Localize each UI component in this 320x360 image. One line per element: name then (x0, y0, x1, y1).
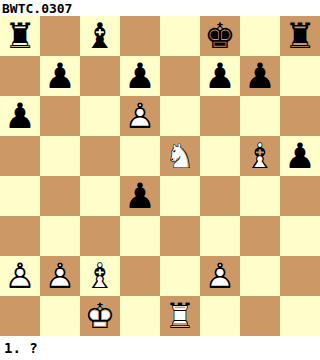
square-c2[interactable]: ♝♗ (80, 256, 120, 296)
black-pawn-icon: ♟ (120, 56, 160, 96)
move-prompt-bar: 1. ? (0, 336, 320, 360)
square-h8[interactable]: ♜ (280, 16, 320, 56)
piece-fill-layer: ♟ (0, 256, 40, 296)
square-b4[interactable] (40, 176, 80, 216)
chess-program-window: BWTC.0307 ♜♝♚♜♟♟♟♟♟♟♙♞♘♝♗♟♟♟♙♟♙♝♗♟♙♚♔♜♖ … (0, 0, 320, 360)
square-d1[interactable] (120, 296, 160, 336)
piece-outline-layer: ♙ (0, 256, 40, 296)
square-a6[interactable]: ♟ (0, 96, 40, 136)
titlebar: BWTC.0307 (0, 0, 320, 16)
piece-outline-layer: ♗ (80, 256, 120, 296)
black-rook-icon: ♜ (280, 16, 320, 56)
square-d3[interactable] (120, 216, 160, 256)
square-b2[interactable]: ♟♙ (40, 256, 80, 296)
square-g1[interactable] (240, 296, 280, 336)
white-pawn-icon: ♟♙ (120, 96, 160, 136)
square-c1[interactable]: ♚♔ (80, 296, 120, 336)
black-pawn-icon: ♟ (40, 56, 80, 96)
square-b1[interactable] (40, 296, 80, 336)
black-pawn-icon: ♟ (120, 176, 160, 216)
square-f6[interactable] (200, 96, 240, 136)
square-g6[interactable] (240, 96, 280, 136)
black-king-icon: ♚ (200, 16, 240, 56)
square-g3[interactable] (240, 216, 280, 256)
square-h3[interactable] (280, 216, 320, 256)
window-title: BWTC.0307 (2, 1, 72, 16)
square-e8[interactable] (160, 16, 200, 56)
black-pawn-icon: ♟ (200, 56, 240, 96)
square-e5[interactable]: ♞♘ (160, 136, 200, 176)
black-pawn-icon: ♟ (0, 96, 40, 136)
square-e4[interactable] (160, 176, 200, 216)
white-king-icon: ♚♔ (80, 296, 120, 336)
square-f8[interactable]: ♚ (200, 16, 240, 56)
square-f1[interactable] (200, 296, 240, 336)
square-h6[interactable] (280, 96, 320, 136)
square-h4[interactable] (280, 176, 320, 216)
white-bishop-icon: ♝♗ (80, 256, 120, 296)
piece-fill-layer: ♚ (80, 296, 120, 336)
black-pawn-icon: ♟ (280, 136, 320, 176)
square-a7[interactable] (0, 56, 40, 96)
white-knight-icon: ♞♘ (160, 136, 200, 176)
square-f2[interactable]: ♟♙ (200, 256, 240, 296)
black-rook-icon: ♜ (0, 16, 40, 56)
square-d6[interactable]: ♟♙ (120, 96, 160, 136)
square-d2[interactable] (120, 256, 160, 296)
square-a2[interactable]: ♟♙ (0, 256, 40, 296)
square-g5[interactable]: ♝♗ (240, 136, 280, 176)
square-c3[interactable] (80, 216, 120, 256)
square-f4[interactable] (200, 176, 240, 216)
square-h7[interactable] (280, 56, 320, 96)
black-pawn-icon: ♟ (240, 56, 280, 96)
black-bishop-icon: ♝ (80, 16, 120, 56)
piece-outline-layer: ♘ (160, 136, 200, 176)
square-f5[interactable] (200, 136, 240, 176)
square-b8[interactable] (40, 16, 80, 56)
piece-fill-layer: ♜ (160, 296, 200, 336)
square-a3[interactable] (0, 216, 40, 256)
white-bishop-icon: ♝♗ (240, 136, 280, 176)
square-d7[interactable]: ♟ (120, 56, 160, 96)
move-prompt: 1. ? (4, 340, 38, 356)
piece-outline-layer: ♙ (200, 256, 240, 296)
piece-outline-layer: ♗ (240, 136, 280, 176)
square-h2[interactable] (280, 256, 320, 296)
white-pawn-icon: ♟♙ (40, 256, 80, 296)
square-g4[interactable] (240, 176, 280, 216)
piece-outline-layer: ♙ (120, 96, 160, 136)
square-c4[interactable] (80, 176, 120, 216)
square-c6[interactable] (80, 96, 120, 136)
square-f7[interactable]: ♟ (200, 56, 240, 96)
square-c5[interactable] (80, 136, 120, 176)
square-b3[interactable] (40, 216, 80, 256)
square-h5[interactable]: ♟ (280, 136, 320, 176)
square-g8[interactable] (240, 16, 280, 56)
piece-outline-layer: ♖ (160, 296, 200, 336)
piece-fill-layer: ♝ (80, 256, 120, 296)
square-d5[interactable] (120, 136, 160, 176)
piece-outline-layer: ♔ (80, 296, 120, 336)
white-pawn-icon: ♟♙ (0, 256, 40, 296)
square-e7[interactable] (160, 56, 200, 96)
piece-outline-layer: ♙ (40, 256, 80, 296)
square-b5[interactable] (40, 136, 80, 176)
square-e3[interactable] (160, 216, 200, 256)
square-g7[interactable]: ♟ (240, 56, 280, 96)
square-a8[interactable]: ♜ (0, 16, 40, 56)
piece-fill-layer: ♝ (240, 136, 280, 176)
square-a4[interactable] (0, 176, 40, 216)
square-c7[interactable] (80, 56, 120, 96)
white-pawn-icon: ♟♙ (200, 256, 240, 296)
square-e1[interactable]: ♜♖ (160, 296, 200, 336)
square-b6[interactable] (40, 96, 80, 136)
square-e6[interactable] (160, 96, 200, 136)
square-e2[interactable] (160, 256, 200, 296)
square-f3[interactable] (200, 216, 240, 256)
square-h1[interactable] (280, 296, 320, 336)
piece-fill-layer: ♞ (160, 136, 200, 176)
white-rook-icon: ♜♖ (160, 296, 200, 336)
square-c8[interactable]: ♝ (80, 16, 120, 56)
square-a1[interactable] (0, 296, 40, 336)
square-d4[interactable]: ♟ (120, 176, 160, 216)
square-g2[interactable] (240, 256, 280, 296)
piece-fill-layer: ♟ (200, 256, 240, 296)
board: ♜♝♚♜♟♟♟♟♟♟♙♞♘♝♗♟♟♟♙♟♙♝♗♟♙♚♔♜♖ (0, 16, 320, 336)
square-b7[interactable]: ♟ (40, 56, 80, 96)
square-a5[interactable] (0, 136, 40, 176)
square-d8[interactable] (120, 16, 160, 56)
piece-fill-layer: ♟ (120, 96, 160, 136)
piece-fill-layer: ♟ (40, 256, 80, 296)
